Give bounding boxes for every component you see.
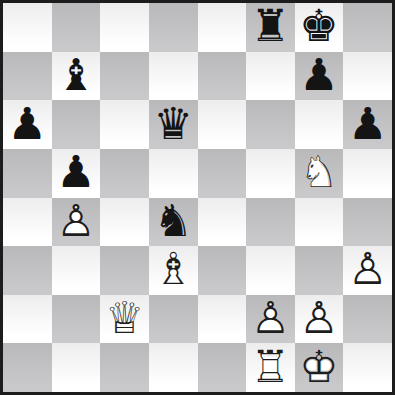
square-a7[interactable] [3,52,52,101]
square-e1[interactable] [198,343,247,392]
square-f8[interactable]: ♜ [246,3,295,52]
piece-black-pawn[interactable]: ♟ [52,149,101,198]
square-f3[interactable] [246,246,295,295]
black-pawn-glyph: ♟ [3,100,52,148]
square-d1[interactable] [149,343,198,392]
square-a6[interactable]: ♟ [3,100,52,149]
piece-black-queen[interactable]: ♛ [149,100,198,149]
square-f1[interactable]: ♜♖ [246,343,295,392]
square-h6[interactable]: ♟ [343,100,392,149]
square-g4[interactable] [295,198,344,247]
square-g5[interactable]: ♞♘ [295,149,344,198]
white-pawn-outline: ♙ [52,198,101,246]
square-e4[interactable] [198,198,247,247]
square-f5[interactable] [246,149,295,198]
piece-white-pawn[interactable]: ♟♙ [246,295,295,344]
piece-black-king[interactable]: ♚ [295,3,344,52]
square-g1[interactable]: ♚♔ [295,343,344,392]
square-c2[interactable]: ♛♕ [100,295,149,344]
square-f2[interactable]: ♟♙ [246,295,295,344]
square-d3[interactable]: ♝♗ [149,246,198,295]
square-d4[interactable]: ♞ [149,198,198,247]
square-e3[interactable] [198,246,247,295]
piece-white-knight[interactable]: ♞♘ [295,149,344,198]
square-b5[interactable]: ♟ [52,149,101,198]
black-knight-glyph: ♞ [149,198,198,246]
square-c8[interactable] [100,3,149,52]
square-c3[interactable] [100,246,149,295]
square-g3[interactable] [295,246,344,295]
square-h4[interactable] [343,198,392,247]
square-h1[interactable] [343,343,392,392]
square-h2[interactable] [343,295,392,344]
piece-white-bishop[interactable]: ♝♗ [149,246,198,295]
square-a8[interactable] [3,3,52,52]
piece-white-king[interactable]: ♚♔ [295,343,344,392]
square-e8[interactable] [198,3,247,52]
square-c4[interactable] [100,198,149,247]
white-rook-outline: ♖ [246,343,295,391]
black-queen-glyph: ♛ [149,100,198,148]
white-pawn-outline: ♙ [295,295,344,343]
square-g8[interactable]: ♚ [295,3,344,52]
piece-black-pawn[interactable]: ♟ [295,52,344,101]
square-g2[interactable]: ♟♙ [295,295,344,344]
square-a4[interactable] [3,198,52,247]
board-grid: ♜♚♝♟♟♛♟♟♞♘♟♙♞♝♗♟♙♛♕♟♙♟♙♜♖♚♔ [3,3,392,392]
square-f4[interactable] [246,198,295,247]
white-pawn-outline: ♙ [246,295,295,343]
square-b2[interactable] [52,295,101,344]
piece-white-pawn[interactable]: ♟♙ [52,198,101,247]
piece-black-pawn[interactable]: ♟ [343,100,392,149]
square-f7[interactable] [246,52,295,101]
square-d6[interactable]: ♛ [149,100,198,149]
white-king-outline: ♔ [295,343,344,391]
square-h5[interactable] [343,149,392,198]
square-b7[interactable]: ♝ [52,52,101,101]
piece-black-rook[interactable]: ♜ [246,3,295,52]
square-a5[interactable] [3,149,52,198]
square-g6[interactable] [295,100,344,149]
square-a1[interactable] [3,343,52,392]
chess-board: ♜♚♝♟♟♛♟♟♞♘♟♙♞♝♗♟♙♛♕♟♙♟♙♜♖♚♔ [0,0,395,395]
piece-white-pawn[interactable]: ♟♙ [295,295,344,344]
square-e6[interactable] [198,100,247,149]
square-e7[interactable] [198,52,247,101]
piece-white-rook[interactable]: ♜♖ [246,343,295,392]
black-rook-glyph: ♜ [246,3,295,51]
black-pawn-glyph: ♟ [343,100,392,148]
square-b1[interactable] [52,343,101,392]
square-f6[interactable] [246,100,295,149]
piece-black-pawn[interactable]: ♟ [3,100,52,149]
piece-black-bishop[interactable]: ♝ [52,52,101,101]
square-b3[interactable] [52,246,101,295]
square-a3[interactable] [3,246,52,295]
square-d2[interactable] [149,295,198,344]
black-pawn-glyph: ♟ [295,52,344,100]
square-h3[interactable]: ♟♙ [343,246,392,295]
square-d8[interactable] [149,3,198,52]
piece-white-pawn[interactable]: ♟♙ [343,246,392,295]
square-d5[interactable] [149,149,198,198]
square-c6[interactable] [100,100,149,149]
square-b4[interactable]: ♟♙ [52,198,101,247]
square-c1[interactable] [100,343,149,392]
piece-white-queen[interactable]: ♛♕ [100,295,149,344]
square-b8[interactable] [52,3,101,52]
square-g7[interactable]: ♟ [295,52,344,101]
square-c5[interactable] [100,149,149,198]
square-e2[interactable] [198,295,247,344]
square-b6[interactable] [52,100,101,149]
white-bishop-outline: ♗ [149,246,198,294]
black-bishop-glyph: ♝ [52,52,101,100]
square-c7[interactable] [100,52,149,101]
square-d7[interactable] [149,52,198,101]
square-h8[interactable] [343,3,392,52]
white-queen-outline: ♕ [100,295,149,343]
square-e5[interactable] [198,149,247,198]
black-king-glyph: ♚ [295,3,344,51]
piece-black-knight[interactable]: ♞ [149,198,198,247]
square-a2[interactable] [3,295,52,344]
white-knight-outline: ♘ [295,149,344,197]
white-pawn-outline: ♙ [343,246,392,294]
black-pawn-glyph: ♟ [52,149,101,197]
square-h7[interactable] [343,52,392,101]
